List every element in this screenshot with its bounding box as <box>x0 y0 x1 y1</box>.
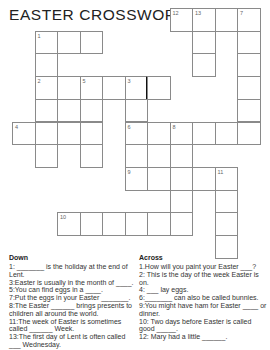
grid-cell-r6c1[interactable] <box>35 144 59 168</box>
down-clues-section: Down 1: _______ is the holiday at the en… <box>9 254 134 349</box>
across-clue-3-line-0: 6:_______ can also be called bunnies. <box>139 294 266 302</box>
down-clue-5-line-1: called ______ Week. <box>9 325 134 333</box>
down-clue-6-line-0: 13:The first day of Lent is often called <box>9 333 134 341</box>
grid-cell-r5c0[interactable]: 4 <box>12 122 36 146</box>
grid-cell-r1c2[interactable] <box>57 31 81 55</box>
grid-cell-r0c8[interactable]: 13 <box>192 8 216 32</box>
clue-number-5: 5 <box>83 78 86 84</box>
grid-cell-r3c1[interactable]: 2 <box>35 76 59 100</box>
grid-cell-r3c5[interactable]: 3 <box>125 76 149 100</box>
down-clue-5-line-0: 11:The week of Easter is sometimes <box>9 318 134 326</box>
across-clue-2-line-0: 4: ___ lay eggs. <box>139 286 266 294</box>
down-clue-1-line-0: 3:Easter is usually in the month of ____… <box>9 279 134 287</box>
grid-cell-r9c3[interactable] <box>80 212 104 236</box>
across-clue-1-line-1: on. <box>139 279 266 287</box>
grid-cell-r9c4[interactable] <box>102 212 126 236</box>
crossword-worksheet: { "title": "EASTER CROSSWORD", "game": "… <box>0 0 270 350</box>
down-clue-6-line-1: ___ Wednesday. <box>9 341 134 349</box>
grid-cell-r4c5[interactable] <box>125 99 149 123</box>
across-clue-0-line-0: 1.How will you paint your Easter ___? <box>139 263 266 271</box>
grid-cell-r9c9[interactable] <box>215 212 239 236</box>
down-heading: Down <box>9 254 134 262</box>
grid-cell-r5c10[interactable] <box>237 122 261 146</box>
crossword-grid: 12137125346891110 <box>0 0 270 262</box>
grid-cell-r5c6[interactable] <box>147 122 171 146</box>
grid-cell-r7c7[interactable] <box>170 167 194 191</box>
grid-cell-r3c6[interactable] <box>147 76 171 100</box>
grid-cell-r9c5[interactable] <box>125 212 149 236</box>
across-clues-section: Across 1.How will you paint your Easter … <box>139 254 266 341</box>
across-clue-4-line-0: 9:You might have ham for Easter ____ or <box>139 302 266 310</box>
clue-number-13: 13 <box>195 10 201 16</box>
clue-number-6: 6 <box>128 124 131 130</box>
down-clue-4-line-0: 8:The Easter ______ brings presents to <box>9 302 134 310</box>
grid-cell-r8c7[interactable] <box>170 190 194 214</box>
clue-number-11: 11 <box>218 169 224 175</box>
grid-cell-r1c3[interactable] <box>80 31 104 55</box>
grid-cell-r7c6[interactable] <box>147 167 171 191</box>
clue-number-8: 8 <box>173 124 176 130</box>
grid-cell-r3c2[interactable] <box>57 76 81 100</box>
grid-cell-r6c5[interactable] <box>125 144 149 168</box>
down-clue-4-line-1: children all around the world. <box>9 310 134 318</box>
clue-number-12: 12 <box>173 10 179 16</box>
grid-cell-r5c5[interactable]: 6 <box>125 122 149 146</box>
grid-cell-r0c10[interactable]: 7 <box>237 8 261 32</box>
clue-number-7: 7 <box>240 10 243 16</box>
down-clue-0-line-0: 1: _______ is the holiday at the end of <box>9 263 134 271</box>
grid-cell-r5c8[interactable] <box>192 122 216 146</box>
across-clue-5-line-0: 10: Two days before Easter is called <box>139 318 266 326</box>
clue-number-9: 9 <box>128 169 131 175</box>
grid-cell-r9c2[interactable]: 10 <box>57 212 81 236</box>
grid-cell-r3c3[interactable]: 5 <box>80 76 104 100</box>
grid-cell-r5c7[interactable]: 8 <box>170 122 194 146</box>
grid-cell-r3c4[interactable] <box>102 76 126 100</box>
grid-cell-r9c7[interactable] <box>170 212 194 236</box>
grid-cell-r5c1[interactable] <box>35 122 59 146</box>
across-heading: Across <box>139 254 266 262</box>
grid-cell-r1c10[interactable] <box>237 31 261 55</box>
grid-cell-r7c9[interactable]: 11 <box>215 167 239 191</box>
grid-cell-r5c9[interactable] <box>215 122 239 146</box>
clue-number-2: 2 <box>38 78 41 84</box>
grid-cell-r2c10[interactable] <box>237 53 261 77</box>
clue-number-3: 3 <box>128 78 131 84</box>
grid-cell-r7c8[interactable] <box>192 167 216 191</box>
grid-cell-r1c8[interactable] <box>192 31 216 55</box>
grid-cell-r6c3[interactable] <box>80 144 104 168</box>
grid-cell-r1c1[interactable]: 1 <box>35 31 59 55</box>
across-clues-list: 1.How will you paint your Easter ___?2: … <box>139 263 266 341</box>
grid-cell-r5c3[interactable] <box>80 122 104 146</box>
across-clue-5-line-1: good _____. <box>139 325 266 333</box>
grid-cell-r0c7[interactable]: 12 <box>170 8 194 32</box>
down-clue-0-line-1: Lent. <box>9 271 134 279</box>
grid-cell-r6c7[interactable] <box>170 144 194 168</box>
grid-cell-r8c9[interactable] <box>215 190 239 214</box>
grid-cell-r4c2[interactable] <box>57 99 81 123</box>
clue-number-10: 10 <box>60 214 66 220</box>
down-clue-2-line-0: 5:You can find eggs in a ____. <box>9 286 134 294</box>
across-clue-1-line-0: 2: This is the day of the week Easter is <box>139 271 266 279</box>
grid-cell-r4c3[interactable] <box>80 99 104 123</box>
grid-cell-r5c2[interactable] <box>57 122 81 146</box>
clue-number-1: 1 <box>38 33 41 39</box>
grid-cell-r2c1[interactable] <box>35 53 59 77</box>
down-clues-list: 1: _______ is the holiday at the end ofL… <box>9 263 134 349</box>
across-clue-6-line-0: 12: Mary had a little ______. <box>139 333 266 341</box>
clue-number-4: 4 <box>15 124 18 130</box>
down-clue-3-line-0: 7:Put the eggs in your Easter _______. <box>9 294 134 302</box>
grid-cell-r7c5[interactable]: 9 <box>125 167 149 191</box>
grid-cell-r2c8[interactable] <box>192 53 216 77</box>
grid-cell-r4c10[interactable] <box>237 99 261 123</box>
across-clue-4-line-1: dinner. <box>139 310 266 318</box>
grid-cell-r3c10[interactable] <box>237 76 261 100</box>
grid-cell-r0c9[interactable] <box>215 8 239 32</box>
grid-cell-r9c6[interactable] <box>147 212 171 236</box>
grid-cell-r4c1[interactable] <box>35 99 59 123</box>
